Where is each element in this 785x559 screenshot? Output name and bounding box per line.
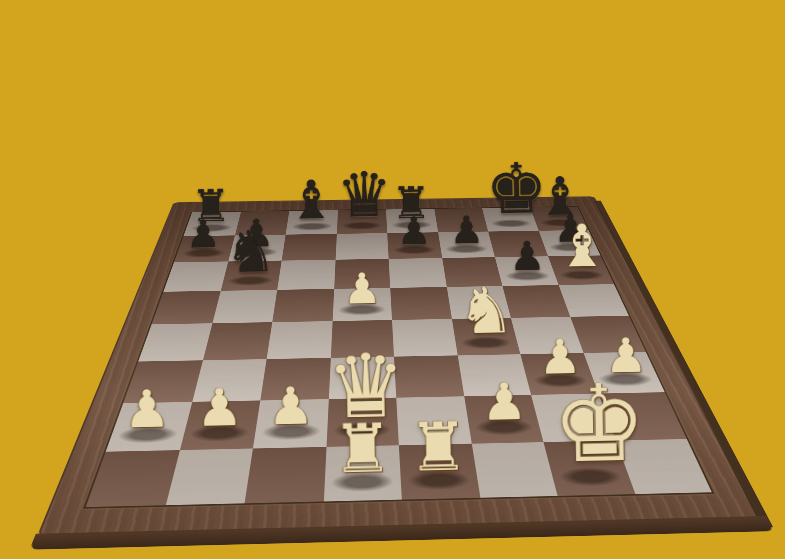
black-bishop-c8[interactable]: ♝ bbox=[286, 210, 338, 234]
square-b5[interactable] bbox=[212, 290, 277, 324]
black-bishop-glyph: ♝ bbox=[286, 173, 337, 227]
chess-board[interactable]: ♜♝♛♜♚♝♟♟♟♟♟♞♟♝♟♞♟♟♟♟♟♛♟♜♜♚ bbox=[40, 197, 759, 535]
black-pawn-glyph: ♟ bbox=[388, 212, 441, 251]
white-pawn-glyph: ♟ bbox=[468, 375, 539, 428]
square-d7[interactable] bbox=[335, 233, 388, 260]
white-pawn-c2[interactable]: ♟ bbox=[253, 399, 328, 448]
black-pawn-f7[interactable]: ♟ bbox=[438, 231, 495, 258]
white-pawn-glyph: ♟ bbox=[183, 381, 256, 434]
white-pawn-b2[interactable]: ♟ bbox=[180, 400, 261, 449]
white-rook-glyph: ♜ bbox=[400, 413, 477, 482]
black-knight-glyph: ♞ bbox=[222, 223, 279, 281]
black-king-glyph: ♚ bbox=[485, 154, 536, 224]
white-bishop-glyph: ♝ bbox=[554, 217, 610, 276]
square-a6[interactable] bbox=[163, 261, 227, 291]
square-a5[interactable] bbox=[152, 291, 221, 325]
white-king-g1[interactable]: ♚ bbox=[543, 440, 635, 496]
scene-background: ♜♝♛♜♚♝♟♟♟♟♟♞♟♝♟♞♟♟♟♟♟♛♟♜♜♚ bbox=[0, 0, 785, 559]
white-rook-glyph: ♜ bbox=[323, 415, 401, 484]
black-pawn-glyph: ♟ bbox=[440, 211, 493, 250]
black-queen-glyph: ♛ bbox=[336, 164, 387, 226]
black-pawn-glyph: ♟ bbox=[499, 236, 555, 277]
square-b4[interactable] bbox=[203, 322, 273, 360]
square-c7[interactable] bbox=[282, 234, 337, 261]
square-a4[interactable] bbox=[138, 323, 212, 361]
white-king-glyph: ♚ bbox=[551, 371, 628, 479]
black-pawn-e7[interactable]: ♟ bbox=[387, 232, 442, 259]
square-c4[interactable] bbox=[267, 321, 333, 359]
white-knight-glyph: ♞ bbox=[454, 278, 517, 343]
white-pawn-glyph: ♟ bbox=[332, 267, 391, 310]
white-pawn-glyph: ♟ bbox=[254, 380, 326, 433]
square-c1[interactable] bbox=[245, 447, 327, 504]
white-pawn-glyph: ♟ bbox=[110, 383, 183, 436]
square-c6[interactable] bbox=[277, 260, 335, 290]
square-e6[interactable] bbox=[389, 258, 447, 288]
white-bishop-h6[interactable]: ♝ bbox=[548, 255, 614, 284]
square-b1[interactable] bbox=[165, 448, 253, 505]
black-queen-d8[interactable]: ♛ bbox=[337, 209, 388, 233]
